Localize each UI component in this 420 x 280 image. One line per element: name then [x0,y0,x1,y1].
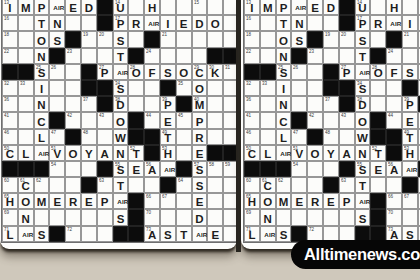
cell-r0c4[interactable]: E [65,0,81,15]
cell-r12c10[interactable]: 67 [160,193,176,209]
cell-r3c12[interactable] [192,48,208,64]
cell-r3c5[interactable] [81,48,97,64]
cell-r9c3[interactable]: 51V [49,145,65,161]
cell-r1c13[interactable]: O [207,15,223,31]
cell-r8c0[interactable]: 46 [244,129,260,145]
cell-r2c10[interactable]: 21 [402,31,418,47]
cell-r9c2[interactable]: AIR [34,145,50,161]
cell-r0c7[interactable]: 14U [355,0,371,15]
cell-r2c0[interactable]: 18 [244,31,260,47]
cell-r1c10[interactable]: I [160,15,176,31]
cell-r14c1[interactable]: AIR [18,226,34,242]
cell-r9c5[interactable]: Y [323,145,339,161]
cell-r7c9[interactable]: 44 [144,112,160,128]
cell-r6c13[interactable] [207,96,223,112]
cell-r0c2[interactable]: P [34,0,50,15]
cell-r10c8[interactable]: E [128,161,144,177]
cell-r5c1[interactable]: 33 [260,80,276,96]
cell-r13c10[interactable] [160,209,176,225]
cell-r7c6[interactable]: 43 [97,112,113,128]
cell-r9c4[interactable]: O [65,145,81,161]
cell-r6c0[interactable]: 36 [2,96,18,112]
cell-r10c12[interactable]: 57S [192,161,208,177]
cell-r11c11[interactable]: 64 [176,177,192,193]
cell-r6c5[interactable]: 37 [323,96,339,112]
cell-r14c1[interactable]: AIR [260,226,276,242]
cell-r3c5[interactable] [323,48,339,64]
cell-r3c9[interactable]: 24 [386,48,402,64]
cell-r7c9[interactable]: 44 [386,112,402,128]
cell-r2c3[interactable]: S [291,31,307,47]
cell-r10c4[interactable] [65,161,81,177]
cell-r0c3[interactable]: AIR [291,0,307,15]
cell-r11c9[interactable] [386,177,402,193]
cell-r6c14[interactable] [223,96,237,112]
cell-r0c5[interactable]: D [323,0,339,15]
cell-r12c0[interactable]: 65H [2,193,18,209]
cell-r5c7[interactable]: 34S [113,80,129,96]
cell-r9c10[interactable]: 53H [160,145,176,161]
cell-r2c2[interactable]: O [34,31,50,47]
cell-r0c7[interactable]: 14U [113,0,129,15]
cell-r2c11[interactable] [176,31,192,47]
cell-r12c1[interactable]: O [260,193,276,209]
cell-r0c9[interactable]: H [144,0,160,15]
cell-r8c3[interactable]: 47 [291,129,307,145]
cell-r11c3[interactable] [291,177,307,193]
cell-r12c3[interactable]: E [49,193,65,209]
cell-r0c1[interactable]: M [260,0,276,15]
cell-r0c3[interactable]: AIR [49,0,65,15]
cell-r11c0[interactable]: 60 [2,177,18,193]
cell-r11c7[interactable]: T [355,177,371,193]
cell-r8c5[interactable]: 48 [323,129,339,145]
cell-r1c8[interactable]: R [128,15,144,31]
cell-r1c7[interactable]: 17P [113,15,129,31]
cell-r2c3[interactable]: S [49,31,65,47]
cell-r13c2[interactable] [276,209,292,225]
cell-r1c0[interactable]: 16 [2,15,18,31]
cell-r9c4[interactable]: O [307,145,323,161]
cell-r5c9[interactable] [386,80,402,96]
cell-r3c7[interactable]: T [355,48,371,64]
cell-r11c12[interactable]: S [192,177,208,193]
cell-r6c7[interactable]: 38D [113,96,129,112]
cell-r1c3[interactable]: N [291,15,307,31]
cell-r7c7[interactable]: O [113,112,129,128]
cell-r11c13[interactable] [207,177,223,193]
cell-r11c2[interactable]: 62 [34,177,50,193]
cell-r3c1[interactable] [18,48,34,64]
cell-r5c3[interactable] [291,80,307,96]
cell-r14c2[interactable]: S [34,226,50,242]
cell-r4c10[interactable]: S [160,64,176,80]
cell-r3c9[interactable]: 24 [144,48,160,64]
cell-r0c5[interactable]: D [81,0,97,15]
cell-r13c13[interactable] [207,209,223,225]
cell-r7c2[interactable]: C [34,112,50,128]
cell-r1c9[interactable]: AIR [144,15,160,31]
cell-r12c9[interactable]: 66 [386,193,402,209]
cell-r7c12[interactable]: P [192,112,208,128]
cell-r0c0[interactable]: 13I [2,0,18,15]
cell-r8c11[interactable] [176,129,192,145]
cell-r3c10[interactable] [160,48,176,64]
cell-r7c11[interactable]: 45 [176,112,192,128]
cell-r2c14[interactable] [223,31,237,47]
cell-r6c1[interactable] [260,96,276,112]
cell-r8c1[interactable] [260,129,276,145]
cell-r1c5[interactable] [81,15,97,31]
cell-r9c1[interactable]: L [260,145,276,161]
cell-r3c0[interactable]: 22 [2,48,18,64]
cell-r3c4[interactable]: 23 [307,48,323,64]
cell-r0c12[interactable]: 15 [192,0,208,15]
cell-r11c1[interactable]: 61C [260,177,276,193]
cell-r3c11[interactable] [176,48,192,64]
cell-r1c12[interactable]: D [192,15,208,31]
cell-r9c8[interactable]: 52T [370,145,386,161]
cell-r14c13[interactable]: E [207,226,223,242]
cell-r4c2[interactable]: 25S [276,64,292,80]
cell-r4c6[interactable]: 27P [339,64,355,80]
cell-r5c3[interactable] [49,80,65,96]
cell-r3c0[interactable]: 22 [244,48,260,64]
cell-r10c7[interactable]: 55S [113,161,129,177]
cell-r5c8[interactable] [128,80,144,96]
cell-r11c0[interactable]: 60 [244,177,260,193]
cell-r13c9[interactable]: 70 [144,209,160,225]
cell-r9c8[interactable]: 52T [128,145,144,161]
cell-r10c7[interactable]: 55S [355,161,371,177]
cell-r12c11[interactable] [176,193,192,209]
cell-r9c7[interactable]: N [113,145,129,161]
cell-r12c13[interactable] [207,193,223,209]
cell-r6c9[interactable] [386,96,402,112]
cell-r6c8[interactable] [128,96,144,112]
cell-r13c1[interactable]: N [260,209,276,225]
cell-r10c5[interactable] [81,161,97,177]
cell-r5c11[interactable]: 35 [176,80,192,96]
cell-r9c10[interactable]: 53H [402,145,418,161]
cell-r13c12[interactable]: D [192,209,208,225]
cell-r14c12[interactable]: AIR [192,226,208,242]
cell-r1c1[interactable] [260,15,276,31]
cell-r2c5[interactable]: 19 [323,31,339,47]
cell-r5c4[interactable] [65,80,81,96]
cell-r7c10[interactable]: E [402,112,418,128]
cell-r14c2[interactable]: S [276,226,292,242]
cell-r1c2[interactable]: T [276,15,292,31]
cell-r13c6[interactable] [97,209,113,225]
cell-r14c14[interactable] [223,226,237,242]
cell-r12c9[interactable]: 66 [144,193,160,209]
cell-r12c4[interactable]: R [65,193,81,209]
cell-r10c9[interactable]: 56A [386,161,402,177]
cell-r8c5[interactable]: 48 [81,129,97,145]
cell-r11c6[interactable]: 63 [339,177,355,193]
cell-r5c1[interactable]: 33 [18,80,34,96]
cell-r5c0[interactable]: 32 [244,80,260,96]
cell-r8c10[interactable]: 49T [402,129,418,145]
cell-r8c14[interactable] [223,129,237,145]
cell-r6c2[interactable]: N [34,96,50,112]
cell-r5c2[interactable]: I [276,80,292,96]
cell-r0c10[interactable] [160,0,176,15]
cell-r6c9[interactable] [144,96,160,112]
cell-r14c6[interactable] [97,226,113,242]
cell-r3c2[interactable]: N [276,48,292,64]
cell-r7c13[interactable] [207,112,223,128]
cell-r3c7[interactable]: T [113,48,129,64]
cell-r13c14[interactable] [223,209,237,225]
cell-r2c1[interactable] [18,31,34,47]
cell-r6c5[interactable]: 37 [81,96,97,112]
cell-r13c11[interactable] [176,209,192,225]
cell-r5c8[interactable] [370,80,386,96]
cell-r10c3[interactable]: 54 [49,161,65,177]
cell-r7c7[interactable]: O [355,112,371,128]
cell-r1c5[interactable] [323,15,339,31]
cell-r4c11[interactable]: O [176,64,192,80]
cell-r10c8[interactable]: E [370,161,386,177]
cell-r2c1[interactable] [260,31,276,47]
cell-r3c6[interactable] [339,48,355,64]
cell-r0c13[interactable] [207,0,223,15]
cell-r10c14[interactable]: 59 [223,161,237,177]
cell-r0c4[interactable]: E [307,0,323,15]
cell-r11c7[interactable]: T [113,177,129,193]
cell-r7c5[interactable] [323,112,339,128]
cell-r4c6[interactable]: 27P [97,64,113,80]
cell-r12c5[interactable]: E [323,193,339,209]
cell-r7c6[interactable]: 43 [339,112,355,128]
cell-r4c7[interactable]: AIR [113,64,129,80]
cell-r1c4[interactable] [65,15,81,31]
cell-r8c1[interactable] [18,129,34,145]
cell-r6c1[interactable] [18,96,34,112]
cell-r2c13[interactable] [207,31,223,47]
cell-r3c1[interactable] [260,48,276,64]
cell-r11c14[interactable] [223,177,237,193]
cell-r6c8[interactable] [370,96,386,112]
cell-r8c7[interactable]: W [355,129,371,145]
cell-r11c8[interactable] [128,177,144,193]
cell-r4c9[interactable]: F [386,64,402,80]
cell-r8c2[interactable]: L [276,129,292,145]
cell-r5c14[interactable] [223,80,237,96]
cell-r4c13[interactable]: 30K [207,64,223,80]
cell-r12c2[interactable]: M [276,193,292,209]
cell-r5c4[interactable] [307,80,323,96]
cell-r11c3[interactable] [49,177,65,193]
cell-r3c2[interactable]: N [34,48,50,64]
cell-r8c3[interactable]: 47 [49,129,65,145]
cell-r2c7[interactable]: S [113,31,129,47]
cell-r2c5[interactable]: 19 [81,31,97,47]
cell-r7c4[interactable]: 42 [307,112,323,128]
cell-r10c10[interactable]: AIR [402,161,418,177]
cell-r14c4[interactable]: 72 [65,226,81,242]
cell-r6c2[interactable]: N [276,96,292,112]
cell-r4c3[interactable]: 26 [49,64,65,80]
cell-r12c3[interactable]: E [291,193,307,209]
cell-r5c13[interactable] [207,80,223,96]
cell-r1c11[interactable]: E [176,15,192,31]
cell-r4c3[interactable]: 26 [291,64,307,80]
cell-r7c14[interactable] [223,112,237,128]
cell-r9c0[interactable]: 50C [2,145,18,161]
cell-r13c0[interactable]: 69 [244,209,260,225]
cell-r6c12[interactable]: 40M [192,96,208,112]
cell-r9c11[interactable] [176,145,192,161]
cell-r1c10[interactable]: I [402,15,418,31]
cell-r1c2[interactable]: T [34,15,50,31]
cell-r9c12[interactable]: E [192,145,208,161]
cell-r7c2[interactable]: C [276,112,292,128]
cell-r3c6[interactable] [97,48,113,64]
cell-r14c5[interactable] [81,226,97,242]
cell-r7c1[interactable] [260,112,276,128]
cell-r2c12[interactable] [192,31,208,47]
cell-r8c7[interactable]: W [113,129,129,145]
cell-r13c4[interactable] [65,209,81,225]
cell-r1c7[interactable]: 17P [355,15,371,31]
cell-r8c10[interactable]: 49T [160,129,176,145]
cell-r7c10[interactable]: E [160,112,176,128]
cell-r4c7[interactable]: AIR [355,64,371,80]
cell-r2c6[interactable]: 20 [339,31,355,47]
cell-r10c13[interactable]: 58 [207,161,223,177]
cell-r0c0[interactable]: 13I [244,0,260,15]
cell-r14c0[interactable]: 71L [244,226,260,242]
cell-r2c0[interactable]: 18 [2,31,18,47]
cell-r6c4[interactable] [65,96,81,112]
cell-r13c7[interactable]: S [355,209,371,225]
cell-r11c9[interactable] [144,177,160,193]
cell-r0c2[interactable]: P [276,0,292,15]
cell-r2c7[interactable]: S [355,31,371,47]
cell-r5c7[interactable]: 34S [355,80,371,96]
cell-r1c14[interactable] [223,15,237,31]
cell-r6c4[interactable] [307,96,323,112]
cell-r4c8[interactable]: 28O [128,64,144,80]
cell-r12c4[interactable]: R [307,193,323,209]
cell-r1c1[interactable] [18,15,34,31]
cell-r14c9[interactable]: 73A [144,226,160,242]
cell-r13c3[interactable] [49,209,65,225]
cell-r8c12[interactable]: R [192,129,208,145]
cell-r12c10[interactable]: 67 [402,193,418,209]
cell-r7c5[interactable] [81,112,97,128]
cell-r9c0[interactable]: 50C [244,145,260,161]
cell-r11c6[interactable]: 63 [97,177,113,193]
cell-r0c9[interactable]: H [386,0,402,15]
cell-r9c6[interactable]: A [339,145,355,161]
cell-r3c10[interactable] [402,48,418,64]
cell-r9c6[interactable]: A [97,145,113,161]
cell-r0c8[interactable] [370,0,386,15]
cell-r2c10[interactable]: 21 [160,31,176,47]
cell-r3c4[interactable]: 23 [65,48,81,64]
cell-r0c11[interactable] [176,0,192,15]
cell-r11c4[interactable] [65,177,81,193]
cell-r7c1[interactable] [18,112,34,128]
cell-r12c0[interactable]: 65H [244,193,260,209]
cell-r13c9[interactable]: 70 [386,209,402,225]
cell-r10c10[interactable]: AIR [160,161,176,177]
cell-r1c9[interactable]: AIR [386,15,402,31]
cell-r5c12[interactable]: O [192,80,208,96]
cell-r0c10[interactable] [402,0,418,15]
cell-r13c0[interactable]: 69 [2,209,18,225]
cell-r5c2[interactable]: I [34,80,50,96]
cell-r10c3[interactable]: 54 [291,161,307,177]
cell-r0c8[interactable] [128,0,144,15]
cell-r1c3[interactable]: N [49,15,65,31]
cell-r8c13[interactable] [207,129,223,145]
cell-r2c2[interactable]: O [276,31,292,47]
cell-r7c4[interactable]: 42 [65,112,81,128]
cell-r0c1[interactable]: M [18,0,34,15]
cell-r14c10[interactable]: S [160,226,176,242]
cell-r11c1[interactable]: 61C [18,177,34,193]
cell-r12c6[interactable]: P [339,193,355,209]
cell-r1c8[interactable]: R [370,15,386,31]
cell-r4c14[interactable]: 31 [223,64,237,80]
cell-r13c2[interactable] [34,209,50,225]
cell-r12c1[interactable]: O [18,193,34,209]
cell-r6c3[interactable] [49,96,65,112]
cell-r10c5[interactable] [323,161,339,177]
cell-r10c9[interactable]: 56A [144,161,160,177]
cell-r13c6[interactable] [339,209,355,225]
cell-r7c0[interactable]: 41 [2,112,18,128]
cell-r0c14[interactable] [223,0,237,15]
cell-r6c10[interactable]: 39P [160,96,176,112]
cell-r4c2[interactable]: 25S [34,64,50,80]
cell-r1c4[interactable] [307,15,323,31]
cell-r12c5[interactable]: E [81,193,97,209]
cell-r9c1[interactable]: L [18,145,34,161]
cell-r4c10[interactable]: S [402,64,418,80]
cell-r11c4[interactable] [307,177,323,193]
cell-r9c2[interactable]: AIR [276,145,292,161]
cell-r5c0[interactable]: 32 [2,80,18,96]
cell-r12c12[interactable]: E [192,193,208,209]
cell-r13c5[interactable] [323,209,339,225]
cell-r13c3[interactable] [291,209,307,225]
cell-r5c9[interactable] [144,80,160,96]
cell-r13c10[interactable] [402,209,418,225]
cell-r13c1[interactable]: N [18,209,34,225]
cell-r11c2[interactable]: 62 [276,177,292,193]
cell-r11c8[interactable] [370,177,386,193]
cell-r12c2[interactable]: M [34,193,50,209]
cell-r12c6[interactable]: P [97,193,113,209]
cell-r8c2[interactable]: L [34,129,50,145]
cell-r6c3[interactable] [291,96,307,112]
cell-r1c0[interactable]: 16 [244,15,260,31]
cell-r13c5[interactable] [81,209,97,225]
cell-r9c3[interactable]: 51V [291,145,307,161]
cell-r6c7[interactable]: 38D [355,96,371,112]
cell-r9c7[interactable]: N [355,145,371,161]
cell-r12c7[interactable]: AIR [355,193,371,209]
cell-r2c8[interactable] [128,31,144,47]
cell-r8c6[interactable] [339,129,355,145]
cell-r10c4[interactable] [307,161,323,177]
